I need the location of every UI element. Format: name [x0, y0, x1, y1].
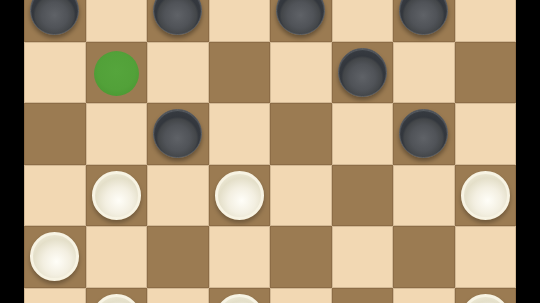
square-r3c7[interactable] [455, 165, 517, 227]
white-piece[interactable] [215, 294, 264, 303]
square-r4c3 [209, 226, 271, 288]
white-piece[interactable] [30, 232, 79, 281]
white-piece[interactable] [215, 171, 264, 220]
white-piece[interactable] [461, 171, 510, 220]
square-r1c2 [147, 42, 209, 104]
letterbox-left [0, 0, 24, 303]
square-r1c4 [270, 42, 332, 104]
square-r2c6[interactable] [393, 103, 455, 165]
square-r5c3[interactable] [209, 288, 271, 303]
white-piece[interactable] [461, 294, 510, 303]
square-r3c4 [270, 165, 332, 227]
square-r5c1[interactable] [86, 288, 148, 303]
square-r5c7[interactable] [455, 288, 517, 303]
square-r4c0[interactable] [24, 226, 86, 288]
square-r2c2[interactable] [147, 103, 209, 165]
black-piece[interactable] [30, 0, 79, 35]
move-hint[interactable] [94, 51, 139, 96]
black-piece[interactable] [276, 0, 325, 35]
black-piece[interactable] [153, 0, 202, 35]
square-r3c0 [24, 165, 86, 227]
square-r2c1 [86, 103, 148, 165]
square-r5c6 [393, 288, 455, 303]
square-r2c4[interactable] [270, 103, 332, 165]
square-r5c0 [24, 288, 86, 303]
square-r4c7 [455, 226, 517, 288]
square-r0c7 [455, 0, 517, 42]
square-r4c5 [332, 226, 394, 288]
black-piece[interactable] [399, 109, 448, 158]
square-r4c2[interactable] [147, 226, 209, 288]
square-r5c5[interactable] [332, 288, 394, 303]
square-r1c0 [24, 42, 86, 104]
black-piece[interactable] [399, 0, 448, 35]
square-r0c1 [86, 0, 148, 42]
black-piece[interactable] [338, 48, 387, 97]
square-r1c7[interactable] [455, 42, 517, 104]
square-r0c2[interactable] [147, 0, 209, 42]
square-r4c1 [86, 226, 148, 288]
black-piece[interactable] [153, 109, 202, 158]
square-r1c5[interactable] [332, 42, 394, 104]
square-r0c4[interactable] [270, 0, 332, 42]
square-r3c2 [147, 165, 209, 227]
white-piece[interactable] [92, 171, 141, 220]
square-r0c3 [209, 0, 271, 42]
square-r3c3[interactable] [209, 165, 271, 227]
square-r0c6[interactable] [393, 0, 455, 42]
square-r3c5[interactable] [332, 165, 394, 227]
square-r0c0[interactable] [24, 0, 86, 42]
square-r2c5 [332, 103, 394, 165]
square-r1c6 [393, 42, 455, 104]
square-r1c1[interactable] [86, 42, 148, 104]
square-r2c3 [209, 103, 271, 165]
square-r4c6[interactable] [393, 226, 455, 288]
letterbox-right [516, 0, 540, 303]
square-r5c2 [147, 288, 209, 303]
square-r0c5 [332, 0, 394, 42]
square-r2c0[interactable] [24, 103, 86, 165]
checkers-board [24, 0, 516, 303]
square-r5c4 [270, 288, 332, 303]
square-r1c3[interactable] [209, 42, 271, 104]
square-r2c7 [455, 103, 517, 165]
checkers-game-screen [0, 0, 540, 303]
square-r4c4[interactable] [270, 226, 332, 288]
square-r3c1[interactable] [86, 165, 148, 227]
white-piece[interactable] [92, 294, 141, 303]
square-r3c6 [393, 165, 455, 227]
